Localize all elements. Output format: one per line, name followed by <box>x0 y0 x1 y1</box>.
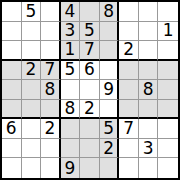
cell-r4c7[interactable] <box>119 61 139 81</box>
cell-r7c8[interactable] <box>139 119 159 139</box>
cell-r2c6[interactable] <box>100 22 120 42</box>
cell-r1c9[interactable] <box>158 2 178 22</box>
cell-r3c7[interactable]: 2 <box>119 41 139 61</box>
cell-r2c8[interactable] <box>139 22 159 42</box>
cell-r5c4[interactable] <box>61 80 81 100</box>
cell-r8c2[interactable] <box>22 139 42 159</box>
cell-r2c9[interactable]: 1 <box>158 22 178 42</box>
cell-r6c6[interactable] <box>100 100 120 120</box>
cell-r4c6[interactable] <box>100 61 120 81</box>
cell-r3c1[interactable] <box>2 41 22 61</box>
cell-r4c2[interactable]: 2 <box>22 61 42 81</box>
cell-r3c6[interactable] <box>100 41 120 61</box>
cell-r8c7[interactable] <box>119 139 139 159</box>
cell-r8c5[interactable] <box>80 139 100 159</box>
cell-r3c8[interactable] <box>139 41 159 61</box>
cell-r9c8[interactable] <box>139 158 159 178</box>
cell-r2c3[interactable] <box>41 22 61 42</box>
sudoku-board: 5483511722756898826257239 <box>0 0 180 180</box>
cell-r5c5[interactable] <box>80 80 100 100</box>
cell-r9c1[interactable] <box>2 158 22 178</box>
cell-r1c3[interactable] <box>41 2 61 22</box>
cell-r9c2[interactable] <box>22 158 42 178</box>
cell-r1c8[interactable] <box>139 2 159 22</box>
cell-r7c6[interactable]: 5 <box>100 119 120 139</box>
cell-r3c4[interactable]: 1 <box>61 41 81 61</box>
cell-r8c9[interactable] <box>158 139 178 159</box>
cell-r7c2[interactable] <box>22 119 42 139</box>
cell-r4c3[interactable]: 7 <box>41 61 61 81</box>
cell-r1c2[interactable]: 5 <box>22 2 42 22</box>
cell-r6c9[interactable] <box>158 100 178 120</box>
cell-r9c3[interactable] <box>41 158 61 178</box>
cell-r9c4[interactable]: 9 <box>61 158 81 178</box>
cell-r9c5[interactable] <box>80 158 100 178</box>
cell-r8c4[interactable] <box>61 139 81 159</box>
cell-r8c8[interactable]: 3 <box>139 139 159 159</box>
cell-r1c4[interactable]: 4 <box>61 2 81 22</box>
cell-r1c6[interactable]: 8 <box>100 2 120 22</box>
cell-r6c1[interactable] <box>2 100 22 120</box>
cell-r2c2[interactable] <box>22 22 42 42</box>
cell-r8c6[interactable]: 2 <box>100 139 120 159</box>
cell-r9c6[interactable] <box>100 158 120 178</box>
cell-r4c9[interactable] <box>158 61 178 81</box>
cell-r3c5[interactable]: 7 <box>80 41 100 61</box>
cell-r2c5[interactable]: 5 <box>80 22 100 42</box>
cell-r6c8[interactable] <box>139 100 159 120</box>
cell-r2c4[interactable]: 3 <box>61 22 81 42</box>
cell-r1c7[interactable] <box>119 2 139 22</box>
cell-r5c7[interactable] <box>119 80 139 100</box>
cell-r6c5[interactable]: 2 <box>80 100 100 120</box>
cell-r7c5[interactable] <box>80 119 100 139</box>
cell-r5c1[interactable] <box>2 80 22 100</box>
cell-r3c3[interactable] <box>41 41 61 61</box>
cell-r1c5[interactable] <box>80 2 100 22</box>
cell-r5c2[interactable] <box>22 80 42 100</box>
cell-r7c4[interactable] <box>61 119 81 139</box>
cell-r7c1[interactable]: 6 <box>2 119 22 139</box>
cell-r2c7[interactable] <box>119 22 139 42</box>
cell-r6c7[interactable] <box>119 100 139 120</box>
cell-r4c1[interactable] <box>2 61 22 81</box>
cell-r3c9[interactable] <box>158 41 178 61</box>
cell-r6c4[interactable]: 8 <box>61 100 81 120</box>
cell-r7c7[interactable]: 7 <box>119 119 139 139</box>
cell-r5c6[interactable]: 9 <box>100 80 120 100</box>
cell-r5c3[interactable]: 8 <box>41 80 61 100</box>
cell-r7c9[interactable] <box>158 119 178 139</box>
cell-r4c5[interactable]: 6 <box>80 61 100 81</box>
cell-r7c3[interactable]: 2 <box>41 119 61 139</box>
cell-r9c7[interactable] <box>119 158 139 178</box>
cell-r3c2[interactable] <box>22 41 42 61</box>
cell-r5c9[interactable] <box>158 80 178 100</box>
cell-r4c8[interactable] <box>139 61 159 81</box>
cell-r9c9[interactable] <box>158 158 178 178</box>
cell-r8c1[interactable] <box>2 139 22 159</box>
cell-r1c1[interactable] <box>2 2 22 22</box>
cell-r6c2[interactable] <box>22 100 42 120</box>
cell-r6c3[interactable] <box>41 100 61 120</box>
cell-r5c8[interactable]: 8 <box>139 80 159 100</box>
cell-r4c4[interactable]: 5 <box>61 61 81 81</box>
cell-r8c3[interactable] <box>41 139 61 159</box>
cell-r2c1[interactable] <box>2 22 22 42</box>
